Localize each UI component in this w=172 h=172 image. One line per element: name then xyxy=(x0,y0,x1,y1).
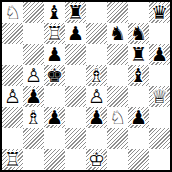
square-e5[interactable]: ♝♗ xyxy=(86,65,107,86)
white-pawn-icon: ♟♙ xyxy=(2,86,23,107)
square-d8[interactable]: ♜♜ xyxy=(65,2,86,23)
black-rook-icon: ♜♜ xyxy=(128,44,149,65)
black-pawn-icon: ♟♟ xyxy=(128,107,149,128)
square-d3[interactable] xyxy=(65,107,86,128)
square-f6[interactable] xyxy=(107,44,128,65)
white-rook-icon: ♜♖ xyxy=(44,23,65,44)
white-rook-icon: ♜♖ xyxy=(2,149,23,170)
square-f4[interactable] xyxy=(107,86,128,107)
square-g5[interactable]: ♝♝ xyxy=(128,65,149,86)
square-f2[interactable] xyxy=(107,128,128,149)
square-a3[interactable] xyxy=(2,107,23,128)
square-a2[interactable] xyxy=(2,128,23,149)
square-d1[interactable] xyxy=(65,149,86,170)
square-b6[interactable] xyxy=(23,44,44,65)
square-a8[interactable]: ♞♘ xyxy=(2,2,23,23)
black-bishop-icon: ♝♝ xyxy=(128,65,149,86)
square-h6[interactable]: ♟♟ xyxy=(149,44,170,65)
square-c5[interactable]: ♚♚ xyxy=(44,65,65,86)
black-knight-icon: ♞♞ xyxy=(107,23,128,44)
square-e3[interactable]: ♟♟ xyxy=(86,107,107,128)
square-g1[interactable] xyxy=(128,149,149,170)
chess-board: ♞♘♝♝♜♜♛♛♜♖♟♟♞♞♞♞♟♟♜♜♟♟♟♙♚♚♝♗♝♝♟♙♟♟♟♙♛♕♝♗… xyxy=(0,0,172,172)
white-pawn-icon: ♟♙ xyxy=(86,86,107,107)
square-c1[interactable] xyxy=(44,149,65,170)
white-king-icon: ♚♔ xyxy=(86,149,107,170)
square-c8[interactable]: ♝♝ xyxy=(44,2,65,23)
black-queen-icon: ♛♛ xyxy=(149,2,170,23)
white-knight-icon: ♞♘ xyxy=(2,2,23,23)
white-knight-icon: ♞♘ xyxy=(107,107,128,128)
white-pawn-icon: ♟♙ xyxy=(23,65,44,86)
square-c7[interactable]: ♜♖ xyxy=(44,23,65,44)
square-c2[interactable] xyxy=(44,128,65,149)
square-f3[interactable]: ♞♘ xyxy=(107,107,128,128)
square-d7[interactable]: ♟♟ xyxy=(65,23,86,44)
square-e7[interactable] xyxy=(86,23,107,44)
square-b3[interactable]: ♝♗ xyxy=(23,107,44,128)
square-f1[interactable] xyxy=(107,149,128,170)
square-f8[interactable] xyxy=(107,2,128,23)
square-a5[interactable] xyxy=(2,65,23,86)
square-e8[interactable] xyxy=(86,2,107,23)
square-c4[interactable] xyxy=(44,86,65,107)
black-rook-icon: ♜♜ xyxy=(65,2,86,23)
square-a6[interactable] xyxy=(2,44,23,65)
square-h1[interactable] xyxy=(149,149,170,170)
black-pawn-icon: ♟♟ xyxy=(86,107,107,128)
square-b2[interactable] xyxy=(23,128,44,149)
chess-diagram: ♞♘♝♝♜♜♛♛♜♖♟♟♞♞♞♞♟♟♜♜♟♟♟♙♚♚♝♗♝♝♟♙♟♟♟♙♛♕♝♗… xyxy=(0,0,172,172)
square-a7[interactable] xyxy=(2,23,23,44)
square-h5[interactable] xyxy=(149,65,170,86)
square-b7[interactable] xyxy=(23,23,44,44)
square-g7[interactable]: ♞♞ xyxy=(128,23,149,44)
black-pawn-icon: ♟♟ xyxy=(149,44,170,65)
white-queen-icon: ♛♕ xyxy=(149,86,170,107)
square-g2[interactable] xyxy=(128,128,149,149)
square-d5[interactable] xyxy=(65,65,86,86)
square-d2[interactable] xyxy=(65,128,86,149)
square-g4[interactable] xyxy=(128,86,149,107)
square-h8[interactable]: ♛♛ xyxy=(149,2,170,23)
square-d6[interactable] xyxy=(65,44,86,65)
black-king-icon: ♚♚ xyxy=(44,65,65,86)
black-pawn-icon: ♟♟ xyxy=(44,44,65,65)
square-e4[interactable]: ♟♙ xyxy=(86,86,107,107)
square-b1[interactable] xyxy=(23,149,44,170)
black-bishop-icon: ♝♝ xyxy=(44,2,65,23)
square-g3[interactable]: ♟♟ xyxy=(128,107,149,128)
white-bishop-icon: ♝♗ xyxy=(86,65,107,86)
square-a4[interactable]: ♟♙ xyxy=(2,86,23,107)
white-bishop-icon: ♝♗ xyxy=(23,107,44,128)
black-pawn-icon: ♟♟ xyxy=(23,86,44,107)
square-g8[interactable] xyxy=(128,2,149,23)
square-e2[interactable] xyxy=(86,128,107,149)
square-f7[interactable]: ♞♞ xyxy=(107,23,128,44)
square-c3[interactable]: ♟♟ xyxy=(44,107,65,128)
square-b8[interactable] xyxy=(23,2,44,23)
square-e6[interactable] xyxy=(86,44,107,65)
square-h2[interactable] xyxy=(149,128,170,149)
black-pawn-icon: ♟♟ xyxy=(44,107,65,128)
square-h7[interactable] xyxy=(149,23,170,44)
square-h4[interactable]: ♛♕ xyxy=(149,86,170,107)
square-b4[interactable]: ♟♟ xyxy=(23,86,44,107)
square-a1[interactable]: ♜♖ xyxy=(2,149,23,170)
black-pawn-icon: ♟♟ xyxy=(65,23,86,44)
square-e1[interactable]: ♚♔ xyxy=(86,149,107,170)
square-g6[interactable]: ♜♜ xyxy=(128,44,149,65)
black-knight-icon: ♞♞ xyxy=(128,23,149,44)
square-d4[interactable] xyxy=(65,86,86,107)
square-f5[interactable] xyxy=(107,65,128,86)
square-b5[interactable]: ♟♙ xyxy=(23,65,44,86)
square-h3[interactable] xyxy=(149,107,170,128)
square-c6[interactable]: ♟♟ xyxy=(44,44,65,65)
